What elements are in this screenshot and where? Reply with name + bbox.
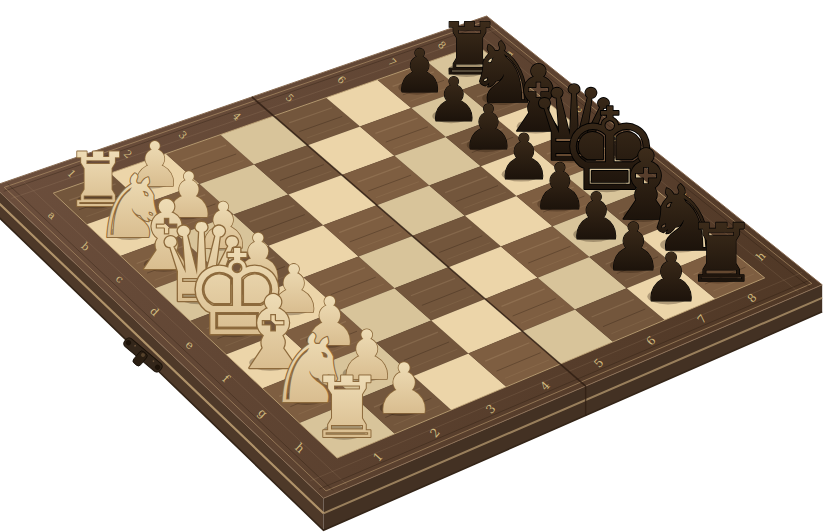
product-photo: 1a1a2b2b3c3c4d4d5e5e6f6f7g7g8h8h♜♟♞♟♝♟♛♟… xyxy=(0,0,824,532)
chess-board: 1a1a2b2b3c3c4d4d5e5e6f6f7g7g8h8h♜♟♞♟♝♟♛♟… xyxy=(0,0,824,532)
black-pawn-h7[interactable]: ♟ xyxy=(641,239,701,317)
white-rook-h1[interactable]: ♜ xyxy=(309,359,384,457)
